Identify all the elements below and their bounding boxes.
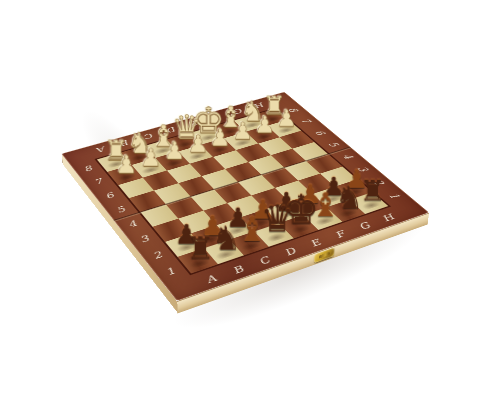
piece-white-pawn-h7[interactable]: ♟ bbox=[276, 107, 297, 130]
piece-white-pawn-e7[interactable]: ♟ bbox=[210, 126, 231, 150]
piece-dark-knight-b1[interactable]: ♞ bbox=[212, 222, 242, 255]
product-photo: ABCDEFGH ABCDEFGH 87654321 87654321 ♜♞♝♛… bbox=[0, 0, 500, 400]
piece-white-pawn-a7[interactable]: ♟ bbox=[116, 152, 138, 177]
piece-white-pawn-d7[interactable]: ♟ bbox=[187, 132, 209, 156]
piece-white-pawn-b7[interactable]: ♟ bbox=[140, 146, 162, 171]
piece-dark-rook-a1[interactable]: ♜ bbox=[186, 233, 214, 264]
piece-dark-bishop-c1[interactable]: ♝ bbox=[237, 213, 267, 247]
piece-white-pawn-g7[interactable]: ♟ bbox=[254, 113, 275, 136]
square-g4[interactable] bbox=[284, 161, 320, 181]
piece-white-pawn-c7[interactable]: ♟ bbox=[164, 139, 186, 163]
piece-white-pawn-f7[interactable]: ♟ bbox=[232, 119, 253, 143]
